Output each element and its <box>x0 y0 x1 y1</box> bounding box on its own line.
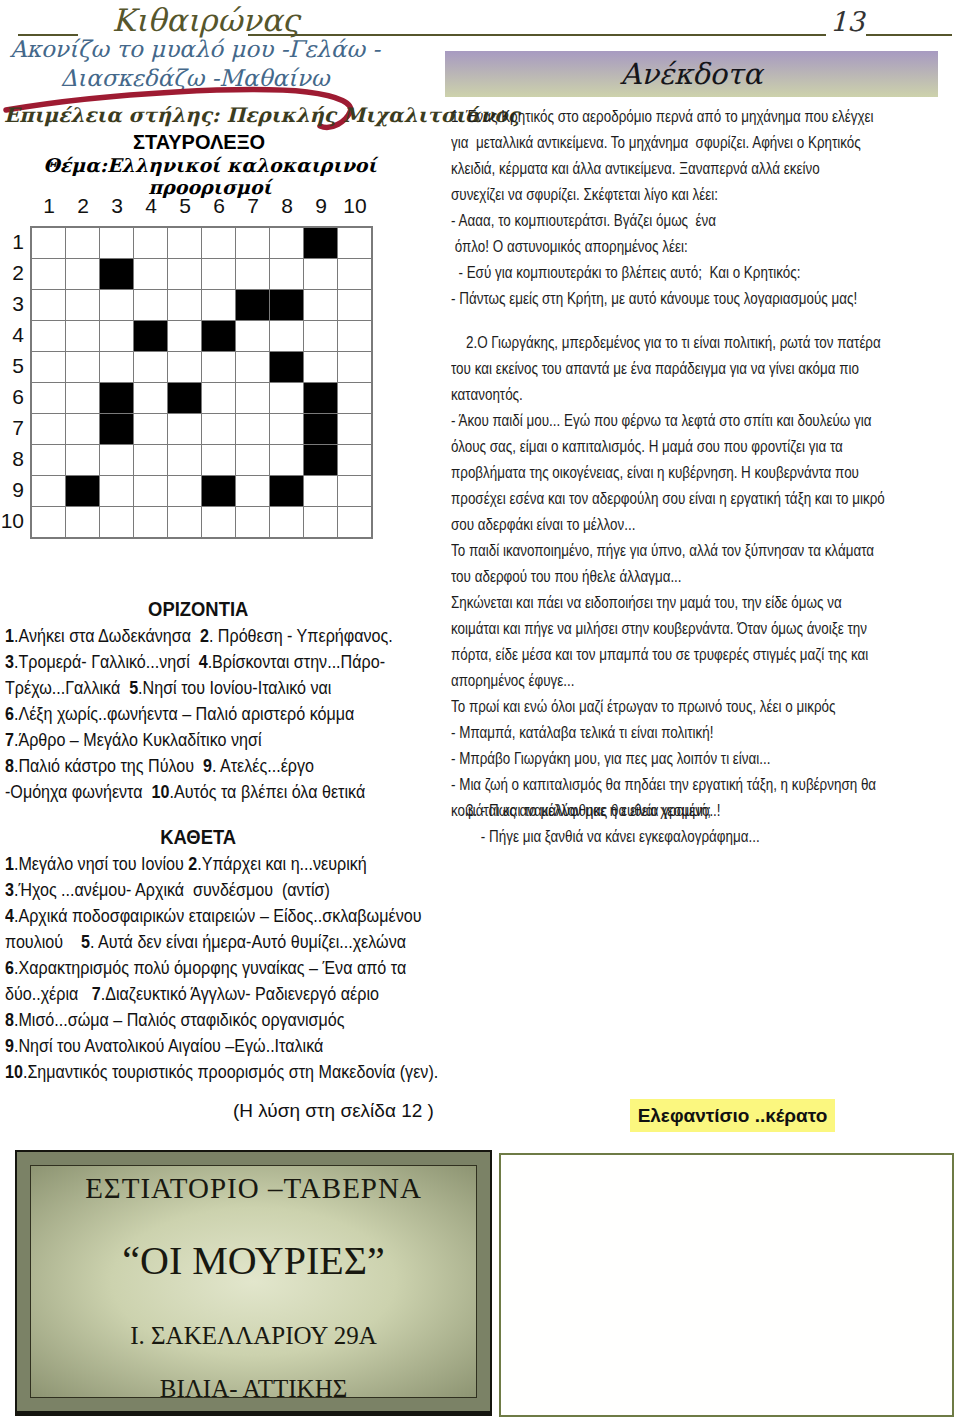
white-cell[interactable] <box>32 228 65 258</box>
joke-text-line: 3. - Πως ανακαλύφθηκε η ευθεία γραμμή; <box>451 798 957 824</box>
white-cell[interactable] <box>270 228 303 258</box>
white-cell[interactable] <box>134 476 167 506</box>
white-cell[interactable] <box>168 290 201 320</box>
ad-town-line: ΒΙΛΙΑ- ΑΤΤΙΚΗΣ <box>160 1375 348 1403</box>
white-cell[interactable] <box>304 352 337 382</box>
clue-line: 6.Χαρακτηρισμός πολύ όμορφης γυναίκας – … <box>5 955 470 981</box>
clue-line: 4.Αρχικά ποδοσφαιρικών εταιρειών – Είδος… <box>5 903 470 929</box>
white-cell[interactable] <box>168 414 201 444</box>
white-cell[interactable] <box>32 476 65 506</box>
solution-note: (Η λύση στη σελίδα 12 ) <box>233 1100 434 1122</box>
white-cell[interactable] <box>202 383 235 413</box>
across-clues: ΟΡΙΖΟΝΤΙΑ 1.Ανήκει στα Δωδεκάνησα 2. Πρό… <box>5 598 470 805</box>
white-cell[interactable] <box>338 507 371 537</box>
black-cell <box>202 321 235 351</box>
black-cell <box>304 228 337 258</box>
black-cell <box>100 259 133 289</box>
editor-credit: Επιμέλεια στήλης: Περικλής Μιχαλιτσιάνος <box>4 103 520 127</box>
white-cell[interactable] <box>100 290 133 320</box>
white-cell[interactable] <box>134 507 167 537</box>
row-label: 4 <box>0 319 24 350</box>
white-cell[interactable] <box>202 259 235 289</box>
white-cell[interactable] <box>100 507 133 537</box>
white-cell[interactable] <box>338 290 371 320</box>
black-cell <box>134 321 167 351</box>
ad-name-line: “ΟΙ ΜΟΥΡΙΕΣ” <box>122 1237 384 1284</box>
joke-text-line: συνεχίζει να σφυρίζει. Σκέφτεται λίγο κα… <box>451 182 957 208</box>
joke-text-line: - Αααα, το κομπιουτεράτσι. Βγάζει όμως έ… <box>451 208 957 234</box>
white-cell[interactable] <box>202 414 235 444</box>
white-cell[interactable] <box>134 445 167 475</box>
white-cell[interactable] <box>100 352 133 382</box>
white-cell[interactable] <box>236 445 269 475</box>
clue-line: 1.Ανήκει στα Δωδεκάνησα 2. Πρόθεση - Υπε… <box>5 623 470 649</box>
black-cell <box>270 352 303 382</box>
white-cell[interactable] <box>134 383 167 413</box>
white-cell[interactable] <box>270 383 303 413</box>
white-cell[interactable] <box>270 259 303 289</box>
joke-text-line: του και εκείνος του απαντά με ένα παράδε… <box>451 356 957 382</box>
row-label: 1 <box>0 226 24 257</box>
white-cell[interactable] <box>32 383 65 413</box>
white-cell[interactable] <box>134 228 167 258</box>
column-label: 5 <box>168 194 202 218</box>
white-cell[interactable] <box>304 507 337 537</box>
title-rule-right <box>866 34 952 36</box>
tagline-line1: Ακονίζω το μυαλό μου -Γελάω - <box>0 36 390 62</box>
black-cell <box>270 290 303 320</box>
white-cell[interactable] <box>236 476 269 506</box>
clue-line: 9.Νησί του Ανατολικού Αιγαίου –Εγώ..Ιταλ… <box>5 1033 470 1059</box>
black-cell <box>66 476 99 506</box>
white-cell[interactable] <box>304 259 337 289</box>
down-clues: ΚΑΘΕΤΑ 1.Μεγάλο νησί του Ιονίου 2.Υπάρχε… <box>5 826 470 1085</box>
white-cell[interactable] <box>168 507 201 537</box>
page-title: Κιθαιρώνας <box>112 2 300 38</box>
white-cell[interactable] <box>236 383 269 413</box>
row-label: 8 <box>0 443 24 474</box>
white-cell[interactable] <box>134 290 167 320</box>
joke-text-line: - Πάντως εμείς στη Κρήτη, με αυτό κάνουμ… <box>451 286 957 312</box>
white-cell[interactable] <box>202 228 235 258</box>
white-cell[interactable] <box>32 507 65 537</box>
white-cell[interactable] <box>236 507 269 537</box>
black-cell <box>202 476 235 506</box>
white-cell[interactable] <box>338 352 371 382</box>
anecdotes-banner: Ανέκδοτα <box>445 51 938 97</box>
clue-line: -Ομόηχα φωνήεντα 10.Αυτός τα βλέπει όλα … <box>5 779 470 805</box>
white-cell[interactable] <box>32 352 65 382</box>
clue-line: 3.Ήχος ...ανέμου- Αρχικά συνδέσμου (αντί… <box>5 877 470 903</box>
row-label: 10 <box>0 505 24 536</box>
column-labels: 12345678910 <box>32 194 372 218</box>
white-cell[interactable] <box>236 228 269 258</box>
white-cell[interactable] <box>32 290 65 320</box>
clue-line: πουλιού 5. Αυτά δεν είναι ήμερα-Αυτό θυμ… <box>5 929 470 955</box>
white-cell[interactable] <box>270 321 303 351</box>
black-cell <box>304 383 337 413</box>
joke-text-line: 2.Ο Γιωργάκης, μπερδεμένος για το τι είν… <box>451 330 957 356</box>
white-cell[interactable] <box>304 321 337 351</box>
ad-address-line: Ι. ΣΑΚΕΛΛΑΡΙΟΥ 29Α <box>130 1322 377 1350</box>
black-cell <box>100 383 133 413</box>
crossword-heading: ΣΤΑΥΡΟΛΕΞΟ <box>0 131 398 154</box>
row-label: 3 <box>0 288 24 319</box>
ad-type-line: ΕΣΤΙΑΤΟΡΙΟ –ΤΑΒΕΡΝΑ <box>85 1172 422 1205</box>
joke-text-line: - Άκου παιδί μου... Εγώ που φέρνω τα λεφ… <box>451 408 957 434</box>
down-heading: ΚΑΘΕΤΑ <box>5 826 391 849</box>
column-label: 7 <box>236 194 270 218</box>
joke-text-line: - Μπράβο Γιωργάκη μου, για πες μας λοιπό… <box>451 746 957 772</box>
white-cell[interactable] <box>338 414 371 444</box>
magazine-page: Κιθαιρώνας 13 Ακονίζω το μυαλό μου -Γελά… <box>0 0 960 1421</box>
white-cell[interactable] <box>100 476 133 506</box>
white-cell[interactable] <box>32 445 65 475</box>
black-cell <box>236 290 269 320</box>
highlighted-answer: Ελεφαντίσιο ..κέρατο <box>630 1099 835 1132</box>
white-cell[interactable] <box>66 228 99 258</box>
column-label: 2 <box>66 194 100 218</box>
white-cell[interactable] <box>202 445 235 475</box>
joke-text-line: 1. Ένας Κρητικός στο αεροδρόμιο περνά απ… <box>451 104 957 130</box>
white-cell[interactable] <box>100 445 133 475</box>
clue-line: 1.Μεγάλο νησί του Ιονίου 2.Υπάρχει και η… <box>5 851 470 877</box>
white-cell[interactable] <box>338 321 371 351</box>
white-cell[interactable] <box>66 507 99 537</box>
white-cell[interactable] <box>32 259 65 289</box>
joke-text-line: για μεταλλικά αντικείμενα. Το μηχάνημα σ… <box>451 130 957 156</box>
column-label: 4 <box>134 194 168 218</box>
clue-line: δύο..χέρια 7.Διαζευκτικό Άγγλων- Ραδιενε… <box>5 981 470 1007</box>
black-cell <box>100 414 133 444</box>
joke-text-line: προβλήματα της οικογένειας, είναι η κυβέ… <box>451 460 957 486</box>
joke-text-line: - Μια ζωή ο καπιταλισμός θα πηδάει την ε… <box>451 772 957 798</box>
column-label: 8 <box>270 194 304 218</box>
row-labels: 12345678910 <box>0 226 24 536</box>
white-cell[interactable] <box>100 228 133 258</box>
white-cell[interactable] <box>236 259 269 289</box>
clue-line: 7.Άρθρο – Μεγάλο Κυκλαδίτικο νησί <box>5 727 470 753</box>
white-cell[interactable] <box>168 228 201 258</box>
across-heading: ΟΡΙΖΟΝΤΙΑ <box>5 598 391 621</box>
joke-text-line: πόρτα, είδε μέσα και τον μπαμπά του σε τ… <box>451 642 957 668</box>
column-label: 1 <box>32 194 66 218</box>
row-label: 5 <box>0 350 24 381</box>
white-cell[interactable] <box>270 414 303 444</box>
joke-text-line: σου αδερφάκι είναι το μέλλον... <box>451 512 957 538</box>
column-label: 9 <box>304 194 338 218</box>
white-cell[interactable] <box>236 414 269 444</box>
joke-text-line: - Εσύ για κομπιουτεράκι το βλέπεις αυτό;… <box>451 260 957 286</box>
black-cell <box>168 383 201 413</box>
restaurant-ad-panel: ΕΣΤΙΑΤΟΡΙΟ –ΤΑΒΕΡΝΑ “ΟΙ ΜΟΥΡΙΕΣ” Ι. ΣΑΚΕ… <box>30 1165 477 1398</box>
page-number: 13 <box>830 6 864 37</box>
clue-line: 10.Σημαντικός τουριστικός προορισμός στη… <box>5 1059 470 1085</box>
white-cell[interactable] <box>168 352 201 382</box>
white-cell[interactable] <box>134 259 167 289</box>
row-label: 6 <box>0 381 24 412</box>
white-cell[interactable] <box>66 414 99 444</box>
joke-text-line: κατανοητός. <box>451 382 957 408</box>
white-cell[interactable] <box>32 321 65 351</box>
joke-text-line: κλειδιά, κέρματα και άλλα αντικείμενα. Ξ… <box>451 156 957 182</box>
joke-1: 1. Ένας Κρητικός στο αεροδρόμιο περνά απ… <box>451 104 957 312</box>
white-cell[interactable] <box>168 445 201 475</box>
white-cell[interactable] <box>270 507 303 537</box>
white-cell[interactable] <box>66 445 99 475</box>
column-label: 6 <box>202 194 236 218</box>
joke-text-line: απορημένος έφυγε... <box>451 668 957 694</box>
white-cell[interactable] <box>66 290 99 320</box>
column-label: 3 <box>100 194 134 218</box>
white-cell[interactable] <box>32 414 65 444</box>
joke-text-line: όπλο! Ο αστυνομικός απορημένος λέει: <box>451 234 957 260</box>
black-cell <box>304 445 337 475</box>
crossword-theme: Θέμα:Ελληνικοί καλοκαιρινοί προορισμοί <box>0 154 420 198</box>
row-label: 2 <box>0 257 24 288</box>
joke-3: 3. - Πως ανακαλύφθηκε η ευθεία γραμμή; -… <box>451 798 957 850</box>
row-label: 9 <box>0 474 24 505</box>
clue-line: 3.Τρομερά- Γαλλικό...νησί 4.Βρίσκονται σ… <box>5 649 470 675</box>
white-cell[interactable] <box>236 352 269 382</box>
white-cell[interactable] <box>168 321 201 351</box>
joke-text-line: - Πήγε μια ξανθιά να κάνει εγκεφαλογράφη… <box>451 824 957 850</box>
crossword-board <box>30 226 373 539</box>
white-cell[interactable] <box>66 321 99 351</box>
clue-line: 8.Μισό...σώμα – Παλιός σταφιδικός οργανι… <box>5 1007 470 1033</box>
white-cell[interactable] <box>338 476 371 506</box>
joke-text-line: όλους σας, είμαι ο καπιταλισμός. Η μαμά … <box>451 434 957 460</box>
joke-text-line: Σηκώνεται και πάει να ειδοποιήσει την μα… <box>451 590 957 616</box>
white-cell[interactable] <box>168 476 201 506</box>
empty-ad-box <box>499 1153 954 1417</box>
joke-2: 2.Ο Γιωργάκης, μπερδεμένος για το τι είν… <box>451 330 957 824</box>
joke-text-line: του αδερφού του που ήθελε άλλαγμα... <box>451 564 957 590</box>
white-cell[interactable] <box>100 321 133 351</box>
anecdotes-heading: Ανέκδοτα <box>620 57 762 91</box>
white-cell[interactable] <box>134 414 167 444</box>
joke-text-line: Το παιδί ικανοποιημένο, πήγε για ύπνο, α… <box>451 538 957 564</box>
white-cell[interactable] <box>202 290 235 320</box>
row-label: 7 <box>0 412 24 443</box>
white-cell[interactable] <box>66 383 99 413</box>
restaurant-ad: ΕΣΤΙΑΤΟΡΙΟ –ΤΑΒΕΡΝΑ “ΟΙ ΜΟΥΡΙΕΣ” Ι. ΣΑΚΕ… <box>15 1150 492 1416</box>
clue-line: 6.Λέξη χωρίς..φωνήεντα – Παλιό αριστερό … <box>5 701 470 727</box>
black-cell <box>270 476 303 506</box>
white-cell[interactable] <box>338 259 371 289</box>
white-cell[interactable] <box>66 352 99 382</box>
white-cell[interactable] <box>66 259 99 289</box>
white-cell[interactable] <box>304 476 337 506</box>
white-cell[interactable] <box>202 352 235 382</box>
white-cell[interactable] <box>202 507 235 537</box>
white-cell[interactable] <box>270 445 303 475</box>
column-label: 10 <box>338 194 372 218</box>
white-cell[interactable] <box>338 445 371 475</box>
joke-text-line: - Μπαμπά, κατάλαβα τελικά τι είναι πολιτ… <box>451 720 957 746</box>
white-cell[interactable] <box>338 228 371 258</box>
white-cell[interactable] <box>168 259 201 289</box>
white-cell[interactable] <box>236 321 269 351</box>
joke-text-line: κοιμάται και πήγε να μιλήσει στην κουβερ… <box>451 616 957 642</box>
black-cell <box>304 414 337 444</box>
white-cell[interactable] <box>134 352 167 382</box>
joke-text-line: Το πρωί και ενώ όλοι μαζί έτρωγαν το πρω… <box>451 694 957 720</box>
clue-line: 8.Παλιό κάστρο της Πύλου 9. Ατελές...έργ… <box>5 753 470 779</box>
white-cell[interactable] <box>304 290 337 320</box>
white-cell[interactable] <box>338 383 371 413</box>
joke-text-line: προσέχει εσένα και τον αδερφούλη σου είν… <box>451 486 957 512</box>
clue-line: Τρέχω...Γαλλικά 5.Νησί του Ιονίου-Ιταλικ… <box>5 675 470 701</box>
